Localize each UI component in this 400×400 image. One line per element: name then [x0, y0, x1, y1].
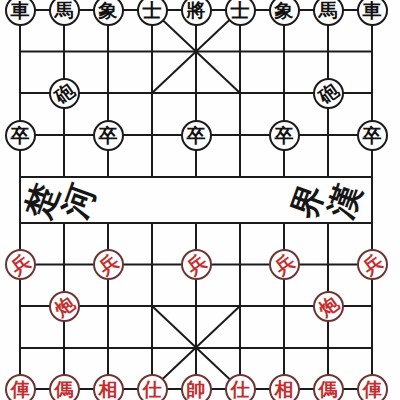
- board-cell: 卒: [262, 114, 306, 156]
- board-cell: 兵: [0, 248, 42, 281]
- red-elephant-piece[interactable]: 相: [93, 374, 124, 400]
- board-cell: 帥: [174, 365, 218, 400]
- piece-label: 傌: [319, 380, 338, 399]
- red-elephant-piece[interactable]: 相: [269, 374, 300, 400]
- piece-label: 相: [275, 380, 294, 399]
- black-advisor-piece[interactable]: 士: [225, 0, 256, 26]
- piece-label: 卒: [187, 126, 206, 145]
- black-chariot-piece[interactable]: 車: [357, 0, 388, 26]
- piece-label: 兵: [359, 251, 386, 278]
- piece-label: 士: [143, 1, 162, 20]
- red-general-piece[interactable]: 帥: [181, 374, 212, 400]
- piece-label: 兵: [95, 251, 122, 278]
- red-soldier-piece[interactable]: 兵: [181, 249, 212, 280]
- piece-label: 車: [11, 1, 30, 20]
- board-cell: 士: [130, 0, 174, 31]
- piece-label: 仕: [143, 380, 162, 399]
- red-chariot-piece[interactable]: 俥: [5, 374, 36, 400]
- black-soldier-piece[interactable]: 卒: [181, 120, 212, 151]
- red-horse-piece[interactable]: 傌: [313, 374, 344, 400]
- piece-label: 仕: [231, 380, 250, 399]
- board-cell: 兵: [86, 248, 130, 281]
- piece-label: 炮: [315, 293, 342, 320]
- piece-label: 象: [275, 1, 294, 20]
- board-cell: 車: [350, 0, 394, 31]
- board-cell: 砲: [42, 72, 86, 114]
- board-cell: 車: [0, 0, 42, 31]
- red-cannon-piece[interactable]: 炮: [313, 291, 344, 322]
- red-horse-piece[interactable]: 傌: [49, 374, 80, 400]
- board-cell: 象: [86, 0, 130, 31]
- board-cell: 相: [86, 365, 130, 400]
- piece-label: 俥: [363, 380, 382, 399]
- board-cell: 相: [262, 365, 306, 400]
- red-soldier-piece[interactable]: 兵: [357, 249, 388, 280]
- xiangqi-board: 楚河 界漢 車馬象士將士象馬車砲砲卒卒卒卒卒兵兵兵兵兵炮炮俥傌相仕帥仕相傌俥: [0, 0, 400, 400]
- piece-label: 卒: [99, 126, 118, 145]
- board-cell: 砲: [306, 72, 350, 114]
- board-cell: 炮: [42, 281, 86, 331]
- red-advisor-piece[interactable]: 仕: [137, 374, 168, 400]
- red-soldier-piece[interactable]: 兵: [5, 249, 36, 280]
- piece-label: 相: [99, 380, 118, 399]
- piece-label: 將: [187, 1, 206, 20]
- board-cell: 傌: [306, 365, 350, 400]
- piece-label: 馬: [55, 1, 74, 20]
- red-soldier-piece[interactable]: 兵: [269, 249, 300, 280]
- piece-label: 車: [363, 1, 382, 20]
- black-general-piece[interactable]: 將: [181, 0, 212, 26]
- board-cell: 卒: [0, 114, 42, 156]
- board-cell: 卒: [350, 114, 394, 156]
- board-cell: 馬: [42, 0, 86, 31]
- piece-label: 士: [231, 1, 250, 20]
- black-chariot-piece[interactable]: 車: [5, 0, 36, 26]
- board-cell: 馬: [306, 0, 350, 31]
- board-cell: 俥: [0, 365, 42, 400]
- board-cell: 仕: [218, 365, 262, 400]
- piece-label: 馬: [319, 1, 338, 20]
- black-advisor-piece[interactable]: 士: [137, 0, 168, 26]
- piece-label: 兵: [183, 251, 210, 278]
- piece-label: 象: [99, 1, 118, 20]
- piece-label: 俥: [11, 380, 30, 399]
- piece-label: 兵: [271, 251, 298, 278]
- piece-label: 卒: [275, 126, 294, 145]
- black-soldier-piece[interactable]: 卒: [269, 120, 300, 151]
- board-cell: 兵: [174, 248, 218, 281]
- piece-label: 兵: [7, 251, 34, 278]
- board-cell: 象: [262, 0, 306, 31]
- black-soldier-piece[interactable]: 卒: [5, 120, 36, 151]
- board-cell: 兵: [350, 248, 394, 281]
- black-horse-piece[interactable]: 馬: [313, 0, 344, 26]
- board-cell: 仕: [130, 365, 174, 400]
- black-horse-piece[interactable]: 馬: [49, 0, 80, 26]
- red-advisor-piece[interactable]: 仕: [225, 374, 256, 400]
- black-soldier-piece[interactable]: 卒: [357, 120, 388, 151]
- board-cell: 兵: [262, 248, 306, 281]
- black-cannon-piece[interactable]: 砲: [313, 78, 344, 109]
- piece-label: 卒: [363, 126, 382, 145]
- board-cell: 將: [174, 0, 218, 31]
- piece-label: 炮: [51, 293, 78, 320]
- black-elephant-piece[interactable]: 象: [93, 0, 124, 26]
- red-cannon-piece[interactable]: 炮: [49, 291, 80, 322]
- board-cell: 俥: [350, 365, 394, 400]
- black-cannon-piece[interactable]: 砲: [49, 78, 80, 109]
- board-cell: 炮: [306, 281, 350, 331]
- board-cell: 士: [218, 0, 262, 31]
- piece-label: 砲: [315, 80, 342, 107]
- piece-label: 砲: [51, 80, 78, 107]
- board-cell: 卒: [174, 114, 218, 156]
- black-elephant-piece[interactable]: 象: [269, 0, 300, 26]
- board-cell: 傌: [42, 365, 86, 400]
- piece-label: 帥: [187, 380, 206, 399]
- red-chariot-piece[interactable]: 俥: [357, 374, 388, 400]
- piece-label: 卒: [11, 126, 30, 145]
- red-soldier-piece[interactable]: 兵: [93, 249, 124, 280]
- board-cell: 卒: [86, 114, 130, 156]
- black-soldier-piece[interactable]: 卒: [93, 120, 124, 151]
- piece-label: 傌: [55, 380, 74, 399]
- piece-layer: 車馬象士將士象馬車砲砲卒卒卒卒卒兵兵兵兵兵炮炮俥傌相仕帥仕相傌俥: [0, 0, 394, 400]
